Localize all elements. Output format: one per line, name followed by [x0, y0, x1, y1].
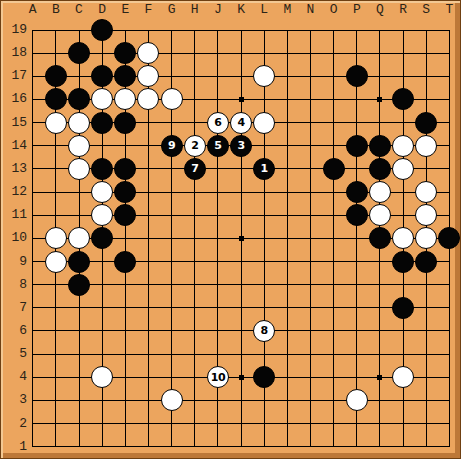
column-label-R: R [393, 2, 413, 17]
row-label-4: 4 [2, 369, 27, 384]
row-label-8: 8 [2, 277, 27, 292]
stone-black-E17 [114, 65, 136, 87]
row-label-10: 10 [2, 230, 27, 245]
star-point-K10 [239, 236, 244, 241]
stone-black-P11 [346, 204, 368, 226]
stone-white-D12 [91, 181, 113, 203]
grid-line-horizontal [33, 354, 450, 355]
stone-white-L15 [253, 112, 275, 134]
stone-black-T10 [438, 227, 460, 249]
grid-line-horizontal [33, 423, 450, 424]
stone-white-G3 [161, 389, 183, 411]
stone-white-B15 [45, 112, 67, 134]
stone-black-R16 [392, 88, 414, 110]
stone-black-C16 [68, 88, 90, 110]
row-label-3: 3 [2, 392, 27, 407]
column-label-M: M [277, 2, 297, 17]
move-number: 8 [261, 325, 268, 336]
grid-line-horizontal [33, 261, 450, 262]
row-label-18: 18 [2, 45, 27, 60]
stone-white-J4: 10 [207, 366, 229, 388]
stone-black-D10 [91, 227, 113, 249]
stone-black-E15 [114, 112, 136, 134]
grid-line-horizontal [33, 330, 450, 331]
stone-black-C18 [68, 42, 90, 64]
column-label-O: O [324, 2, 344, 17]
stone-black-D17 [91, 65, 113, 87]
stone-black-O13 [323, 158, 345, 180]
grid-line-vertical [310, 30, 311, 447]
column-label-B: B [46, 2, 66, 17]
row-label-12: 12 [2, 184, 27, 199]
row-label-5: 5 [2, 346, 27, 361]
stone-black-B16 [45, 88, 67, 110]
star-point-Q4 [377, 375, 382, 380]
stone-white-C15 [68, 112, 90, 134]
stone-black-S9 [415, 251, 437, 273]
move-number: 7 [191, 163, 198, 174]
stone-black-C8 [68, 274, 90, 296]
stone-white-G16 [161, 88, 183, 110]
stone-white-K15: 4 [230, 112, 252, 134]
move-number: 5 [214, 140, 221, 151]
stone-black-L13: 1 [253, 158, 275, 180]
move-number: 6 [214, 117, 221, 128]
stone-black-Q14 [369, 135, 391, 157]
stone-black-G14: 9 [161, 135, 183, 157]
stone-black-E9 [114, 251, 136, 273]
column-label-D: D [92, 2, 112, 17]
stone-white-C13 [68, 158, 90, 180]
grid-line-horizontal [33, 284, 450, 285]
stone-black-S15 [415, 112, 437, 134]
stone-black-D15 [91, 112, 113, 134]
stone-white-L6: 8 [253, 320, 275, 342]
column-label-S: S [416, 2, 436, 17]
stone-black-J14: 5 [207, 135, 229, 157]
stone-black-Q13 [369, 158, 391, 180]
go-board: 95371642810 ABCDEFGHJKLMNOPQRST 19181716… [0, 0, 461, 459]
stone-white-R4 [392, 366, 414, 388]
stone-white-R10 [392, 227, 414, 249]
stone-white-L17 [253, 65, 275, 87]
stone-black-B17 [45, 65, 67, 87]
row-label-1: 1 [2, 439, 27, 454]
stone-black-P12 [346, 181, 368, 203]
grid-line-horizontal [33, 307, 450, 308]
stone-white-S14 [415, 135, 437, 157]
stone-white-R14 [392, 135, 414, 157]
row-label-7: 7 [2, 300, 27, 315]
stone-white-D4 [91, 366, 113, 388]
stone-white-R13 [392, 158, 414, 180]
row-label-14: 14 [2, 138, 27, 153]
stone-white-B10 [45, 227, 67, 249]
row-label-19: 19 [2, 22, 27, 37]
stone-black-E12 [114, 181, 136, 203]
stone-white-D11 [91, 204, 113, 226]
stone-white-S12 [415, 181, 437, 203]
stone-white-Q12 [369, 181, 391, 203]
stone-white-S10 [415, 227, 437, 249]
row-label-2: 2 [2, 416, 27, 431]
stone-white-S11 [415, 204, 437, 226]
column-label-K: K [231, 2, 251, 17]
stone-black-D13 [91, 158, 113, 180]
column-label-J: J [208, 2, 228, 17]
column-label-E: E [115, 2, 135, 17]
star-point-K16 [239, 97, 244, 102]
stone-black-D19 [91, 19, 113, 41]
star-point-Q16 [377, 97, 382, 102]
stone-black-C9 [68, 251, 90, 273]
stone-black-E18 [114, 42, 136, 64]
grid-line-horizontal [33, 400, 450, 401]
stone-black-K14: 3 [230, 135, 252, 157]
stone-white-J15: 6 [207, 112, 229, 134]
stone-white-E16 [114, 88, 136, 110]
stone-white-C10 [68, 227, 90, 249]
move-number: 1 [261, 163, 268, 174]
column-label-Q: Q [370, 2, 390, 17]
stone-white-Q11 [369, 204, 391, 226]
move-number: 9 [168, 140, 175, 151]
stone-black-P14 [346, 135, 368, 157]
column-label-L: L [254, 2, 274, 17]
stone-white-F16 [137, 88, 159, 110]
row-label-11: 11 [2, 207, 27, 222]
stone-black-P17 [346, 65, 368, 87]
stone-white-H14: 2 [184, 135, 206, 157]
column-label-F: F [138, 2, 158, 17]
move-number: 10 [211, 372, 225, 383]
stone-black-Q10 [369, 227, 391, 249]
row-label-13: 13 [2, 161, 27, 176]
stone-black-R7 [392, 297, 414, 319]
column-label-N: N [301, 2, 321, 17]
stone-black-L4 [253, 366, 275, 388]
row-label-16: 16 [2, 91, 27, 106]
stone-white-C14 [68, 135, 90, 157]
column-label-P: P [347, 2, 367, 17]
stone-white-D16 [91, 88, 113, 110]
grid-line-vertical [333, 30, 334, 447]
stone-white-B9 [45, 251, 67, 273]
star-point-K4 [239, 375, 244, 380]
stone-black-H13: 7 [184, 158, 206, 180]
row-label-9: 9 [2, 254, 27, 269]
grid-line-vertical [356, 30, 357, 447]
grid-line-vertical [287, 30, 288, 447]
move-number: 2 [191, 140, 198, 151]
stone-white-F17 [137, 65, 159, 87]
stone-black-E13 [114, 158, 136, 180]
row-label-15: 15 [2, 115, 27, 130]
column-label-H: H [185, 2, 205, 17]
stone-white-P3 [346, 389, 368, 411]
stone-black-R9 [392, 251, 414, 273]
grid-line-horizontal [33, 446, 450, 447]
stone-black-E11 [114, 204, 136, 226]
column-label-G: G [162, 2, 182, 17]
column-label-C: C [69, 2, 89, 17]
row-label-6: 6 [2, 323, 27, 338]
column-label-A: A [23, 2, 43, 17]
move-number: 4 [237, 117, 244, 128]
row-label-17: 17 [2, 68, 27, 83]
stone-white-F18 [137, 42, 159, 64]
column-label-T: T [439, 2, 459, 17]
move-number: 3 [237, 140, 244, 151]
